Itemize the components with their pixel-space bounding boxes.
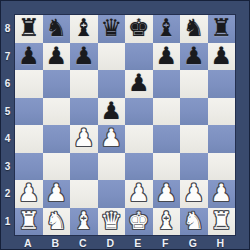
square-g4[interactable] (180, 125, 208, 153)
square-h5[interactable] (208, 98, 236, 126)
piece-white-pawn: ♟ (15, 180, 43, 208)
square-d4[interactable]: ♟ (98, 125, 126, 153)
square-e8[interactable]: ♚ (125, 15, 153, 43)
rank-label-3: 3 (1, 153, 14, 181)
rank-label-4: 4 (1, 125, 14, 153)
square-g7[interactable]: ♟ (180, 43, 208, 71)
square-e7[interactable] (125, 43, 153, 71)
piece-black-pawn: ♟ (98, 98, 126, 126)
rank-label-5: 5 (1, 98, 14, 126)
square-h8[interactable]: ♜ (208, 15, 236, 43)
piece-white-pawn: ♟ (70, 125, 98, 153)
file-label-c: C (69, 236, 97, 250)
chess-board[interactable]: ♜♞♝♛♚♝♞♜♟♟♟♟♟♟♟♟♟♟♟♟♟♟♟♟♜♞♝♛♚♝♞♜ (14, 14, 236, 236)
square-a8[interactable]: ♜ (15, 15, 43, 43)
square-c8[interactable]: ♝ (70, 15, 98, 43)
piece-white-pawn: ♟ (180, 180, 208, 208)
square-d1[interactable]: ♛ (98, 208, 126, 236)
square-f5[interactable] (153, 98, 181, 126)
square-g5[interactable] (180, 98, 208, 126)
piece-black-king: ♚ (125, 15, 153, 43)
piece-white-rook: ♜ (208, 208, 236, 236)
square-h4[interactable] (208, 125, 236, 153)
piece-white-pawn: ♟ (98, 125, 126, 153)
square-f7[interactable]: ♟ (153, 43, 181, 71)
rank-label-1: 1 (1, 208, 14, 236)
square-a6[interactable] (15, 70, 43, 98)
square-e6[interactable]: ♟ (125, 70, 153, 98)
square-d2[interactable] (98, 180, 126, 208)
square-b1[interactable]: ♞ (43, 208, 71, 236)
square-e2[interactable]: ♟ (125, 180, 153, 208)
square-f3[interactable] (153, 153, 181, 181)
square-a5[interactable] (15, 98, 43, 126)
square-e3[interactable] (125, 153, 153, 181)
piece-black-knight: ♞ (180, 15, 208, 43)
square-b5[interactable] (43, 98, 71, 126)
square-f2[interactable]: ♟ (153, 180, 181, 208)
piece-white-pawn: ♟ (208, 180, 236, 208)
piece-black-bishop: ♝ (153, 15, 181, 43)
piece-black-knight: ♞ (43, 15, 71, 43)
square-b3[interactable] (43, 153, 71, 181)
rank-label-8: 8 (1, 15, 14, 43)
square-b7[interactable]: ♟ (43, 43, 71, 71)
file-label-b: B (42, 236, 70, 250)
square-f8[interactable]: ♝ (153, 15, 181, 43)
square-e1[interactable]: ♚ (125, 208, 153, 236)
square-g3[interactable] (180, 153, 208, 181)
square-f6[interactable] (153, 70, 181, 98)
square-b6[interactable] (43, 70, 71, 98)
piece-white-pawn: ♟ (43, 180, 71, 208)
file-label-g: G (179, 236, 207, 250)
square-a3[interactable] (15, 153, 43, 181)
square-a1[interactable]: ♜ (15, 208, 43, 236)
piece-black-pawn: ♟ (43, 43, 71, 71)
square-c1[interactable]: ♝ (70, 208, 98, 236)
square-g2[interactable]: ♟ (180, 180, 208, 208)
square-a2[interactable]: ♟ (15, 180, 43, 208)
square-e5[interactable] (125, 98, 153, 126)
square-d7[interactable] (98, 43, 126, 71)
square-d3[interactable] (98, 153, 126, 181)
piece-black-rook: ♜ (15, 15, 43, 43)
file-label-f: F (152, 236, 180, 250)
square-e4[interactable] (125, 125, 153, 153)
square-h3[interactable] (208, 153, 236, 181)
square-d6[interactable] (98, 70, 126, 98)
file-label-a: A (14, 236, 42, 250)
square-c4[interactable]: ♟ (70, 125, 98, 153)
piece-white-bishop: ♝ (70, 208, 98, 236)
square-a7[interactable]: ♟ (15, 43, 43, 71)
piece-black-rook: ♜ (208, 15, 236, 43)
square-c6[interactable] (70, 70, 98, 98)
piece-black-pawn: ♟ (208, 43, 236, 71)
square-g8[interactable]: ♞ (180, 15, 208, 43)
piece-black-bishop: ♝ (70, 15, 98, 43)
rank-label-7: 7 (1, 43, 14, 71)
file-label-e: E (124, 236, 152, 250)
chess-board-frame: 87654321 ♜♞♝♛♚♝♞♜♟♟♟♟♟♟♟♟♟♟♟♟♟♟♟♟♜♞♝♛♚♝♞… (0, 0, 250, 250)
piece-white-pawn: ♟ (153, 180, 181, 208)
square-c5[interactable] (70, 98, 98, 126)
square-b8[interactable]: ♞ (43, 15, 71, 43)
square-h1[interactable]: ♜ (208, 208, 236, 236)
square-b2[interactable]: ♟ (43, 180, 71, 208)
file-label-h: H (207, 236, 235, 250)
piece-black-pawn: ♟ (180, 43, 208, 71)
square-h7[interactable]: ♟ (208, 43, 236, 71)
square-g1[interactable]: ♞ (180, 208, 208, 236)
square-b4[interactable] (43, 125, 71, 153)
file-label-d: D (97, 236, 125, 250)
piece-white-king: ♚ (125, 208, 153, 236)
square-a4[interactable] (15, 125, 43, 153)
square-g6[interactable] (180, 70, 208, 98)
square-d5[interactable]: ♟ (98, 98, 126, 126)
piece-white-knight: ♞ (43, 208, 71, 236)
square-f4[interactable] (153, 125, 181, 153)
piece-black-pawn: ♟ (15, 43, 43, 71)
file-labels: ABCDEFGH (14, 236, 236, 250)
square-h6[interactable] (208, 70, 236, 98)
square-c7[interactable]: ♟ (70, 43, 98, 71)
piece-black-queen: ♛ (98, 15, 126, 43)
piece-white-rook: ♜ (15, 208, 43, 236)
square-h2[interactable]: ♟ (208, 180, 236, 208)
piece-white-bishop: ♝ (153, 208, 181, 236)
square-c2[interactable] (70, 180, 98, 208)
piece-white-queen: ♛ (98, 208, 126, 236)
rank-label-2: 2 (1, 180, 14, 208)
rank-label-6: 6 (1, 70, 14, 98)
square-c3[interactable] (70, 153, 98, 181)
piece-white-knight: ♞ (180, 208, 208, 236)
square-d8[interactable]: ♛ (98, 15, 126, 43)
piece-black-pawn: ♟ (70, 43, 98, 71)
square-f1[interactable]: ♝ (153, 208, 181, 236)
piece-white-pawn: ♟ (125, 180, 153, 208)
piece-black-pawn: ♟ (153, 43, 181, 71)
rank-labels: 87654321 (1, 15, 14, 235)
piece-black-pawn: ♟ (125, 70, 153, 98)
